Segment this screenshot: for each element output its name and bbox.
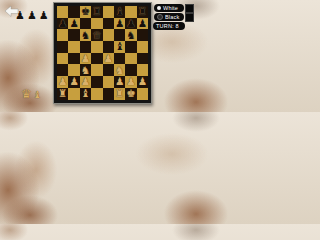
- square-g6[interactable]: ♞: [125, 29, 136, 41]
- square-b8[interactable]: [68, 6, 79, 18]
- square-e2[interactable]: [103, 76, 114, 88]
- piece-white-pawn: ♟: [69, 76, 78, 87]
- captured-white-queen: ♛: [21, 89, 32, 100]
- chess-board: ♚♜♝♜♟♟♟♟♟♞♛♞♝♟♟♞♞♟♟♟♟♟♟♜♝♜♚: [57, 6, 148, 100]
- square-b4[interactable]: [68, 53, 79, 65]
- captured-white-bishop: ♝: [33, 89, 42, 100]
- square-h5[interactable]: [137, 41, 148, 53]
- square-b6[interactable]: [68, 29, 79, 41]
- square-c3[interactable]: ♞: [80, 64, 91, 76]
- piece-white-pawn: ♟: [115, 76, 124, 87]
- square-g8[interactable]: [125, 6, 136, 18]
- square-d8[interactable]: ♜: [91, 6, 102, 18]
- square-e6[interactable]: [103, 29, 114, 41]
- piece-black-pawn: ♟: [126, 18, 135, 29]
- captured-black-pawn: ♟: [27, 10, 37, 21]
- square-a6[interactable]: [57, 29, 68, 41]
- square-a2[interactable]: ♟: [57, 76, 68, 88]
- square-a7[interactable]: ♟: [57, 18, 68, 30]
- square-f4[interactable]: [114, 53, 125, 65]
- square-h2[interactable]: ♟: [137, 76, 148, 88]
- board-frame: ♚♜♝♜♟♟♟♟♟♞♛♞♝♟♟♞♞♟♟♟♟♟♟♜♝♜♚: [53, 2, 152, 104]
- square-d4[interactable]: [91, 53, 102, 65]
- square-f5[interactable]: ♝: [114, 41, 125, 53]
- piece-black-pawn: ♟: [58, 18, 67, 29]
- square-b1[interactable]: [68, 88, 79, 100]
- white-player-icon: [157, 6, 161, 10]
- square-b3[interactable]: [68, 64, 79, 76]
- square-g3[interactable]: [125, 64, 136, 76]
- turn-counter: TURN: 8: [153, 22, 185, 30]
- square-a5[interactable]: [57, 41, 68, 53]
- square-d7[interactable]: [91, 18, 102, 30]
- square-g1[interactable]: ♚: [125, 88, 136, 100]
- square-c7[interactable]: [80, 18, 91, 30]
- square-a1[interactable]: ♜: [57, 88, 68, 100]
- captured-black-pawn: ♟: [39, 10, 49, 21]
- square-f3[interactable]: ♞: [114, 64, 125, 76]
- square-c5[interactable]: [80, 41, 91, 53]
- square-e7[interactable]: [103, 18, 114, 30]
- black-color-swatch: [185, 13, 194, 22]
- square-c6[interactable]: ♞: [80, 29, 91, 41]
- square-a3[interactable]: [57, 64, 68, 76]
- square-c1[interactable]: ♝: [80, 88, 91, 100]
- square-e5[interactable]: [103, 41, 114, 53]
- piece-black-bishop: ♝: [115, 6, 124, 17]
- piece-white-knight: ♞: [81, 65, 90, 76]
- square-c8[interactable]: ♚: [80, 6, 91, 18]
- square-d1[interactable]: [91, 88, 102, 100]
- piece-white-rook: ♜: [115, 88, 124, 99]
- white-player-label: White: [163, 5, 178, 11]
- square-d6[interactable]: ♛: [91, 29, 102, 41]
- piece-black-rook: ♜: [138, 6, 147, 17]
- piece-white-pawn: ♟: [138, 76, 147, 87]
- square-f8[interactable]: ♝: [114, 6, 125, 18]
- white-color-swatch: [185, 4, 194, 13]
- piece-white-pawn: ♟: [81, 76, 90, 87]
- square-d3[interactable]: [91, 64, 102, 76]
- piece-white-bishop: ♝: [81, 88, 90, 99]
- piece-black-pawn: ♟: [69, 18, 78, 29]
- square-d2[interactable]: [91, 76, 102, 88]
- square-e1[interactable]: [103, 88, 114, 100]
- square-h7[interactable]: ♟: [137, 18, 148, 30]
- piece-black-knight: ♞: [126, 30, 135, 41]
- square-b5[interactable]: [68, 41, 79, 53]
- turn-label: TURN: 8: [156, 23, 179, 29]
- square-b2[interactable]: ♟: [68, 76, 79, 88]
- piece-white-king: ♚: [126, 88, 135, 99]
- piece-white-pawn: ♟: [104, 53, 113, 64]
- square-f2[interactable]: ♟: [114, 76, 125, 88]
- square-g7[interactable]: ♟: [125, 18, 136, 30]
- white-player-badge: White: [154, 4, 184, 12]
- square-a8[interactable]: [57, 6, 68, 18]
- captured-black-pawn: ♟: [15, 10, 25, 21]
- piece-white-pawn: ♟: [126, 76, 135, 87]
- piece-white-knight: ♞: [115, 65, 124, 76]
- piece-white-rook: ♜: [58, 88, 67, 99]
- piece-black-pawn: ♟: [138, 18, 147, 29]
- square-c4[interactable]: ♟: [80, 53, 91, 65]
- square-h6[interactable]: [137, 29, 148, 41]
- square-f1[interactable]: ♜: [114, 88, 125, 100]
- square-h4[interactable]: [137, 53, 148, 65]
- piece-black-queen: ♛: [92, 30, 101, 41]
- square-g4[interactable]: [125, 53, 136, 65]
- black-player-badge: Black: [154, 13, 184, 21]
- piece-black-king: ♚: [81, 6, 90, 17]
- square-e4[interactable]: ♟: [103, 53, 114, 65]
- square-h3[interactable]: [137, 64, 148, 76]
- square-h1[interactable]: [137, 88, 148, 100]
- square-h8[interactable]: ♜: [137, 6, 148, 18]
- black-player-label: Black: [165, 14, 179, 20]
- captured-white-tray: ♛♝: [21, 89, 42, 100]
- square-a4[interactable]: [57, 53, 68, 65]
- piece-black-bishop: ♝: [115, 41, 124, 52]
- square-g2[interactable]: ♟: [125, 76, 136, 88]
- square-e3[interactable]: [103, 64, 114, 76]
- piece-black-rook: ♜: [92, 6, 101, 17]
- square-b7[interactable]: ♟: [68, 18, 79, 30]
- piece-black-pawn: ♟: [115, 18, 124, 29]
- piece-white-pawn: ♟: [58, 76, 67, 87]
- black-player-icon: [157, 14, 163, 20]
- piece-white-pawn: ♟: [81, 53, 90, 64]
- square-c2[interactable]: ♟: [80, 76, 91, 88]
- square-d5[interactable]: [91, 41, 102, 53]
- square-f6[interactable]: [114, 29, 125, 41]
- square-g5[interactable]: [125, 41, 136, 53]
- square-e8[interactable]: [103, 6, 114, 18]
- captured-black-tray: ♟♟♟: [15, 10, 49, 21]
- square-f7[interactable]: ♟: [114, 18, 125, 30]
- piece-black-knight: ♞: [81, 30, 90, 41]
